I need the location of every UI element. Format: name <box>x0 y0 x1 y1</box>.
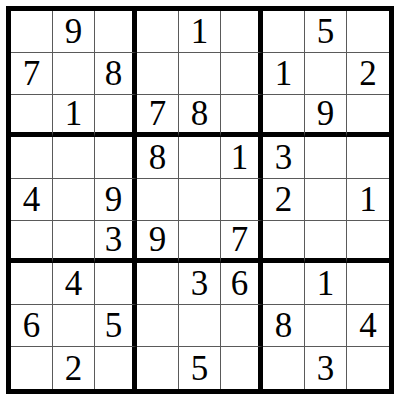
cell-r6c4-given-9: 9 <box>137 221 179 263</box>
cell-r8c5-empty[interactable] <box>179 305 221 347</box>
cell-r5c3-given-9: 9 <box>95 179 137 221</box>
cell-r4c1-empty[interactable] <box>11 137 53 179</box>
cell-r9c5-given-5: 5 <box>179 347 221 389</box>
cell-r7c7-empty[interactable] <box>263 263 305 305</box>
cell-r2c4-empty[interactable] <box>137 53 179 95</box>
cell-r9c8-given-3: 3 <box>305 347 347 389</box>
cell-r7c6-given-6: 6 <box>221 263 263 305</box>
cell-r4c3-empty[interactable] <box>95 137 137 179</box>
cell-r1c2-given-9: 9 <box>53 11 95 53</box>
cell-r8c1-given-6: 6 <box>11 305 53 347</box>
cell-r4c8-empty[interactable] <box>305 137 347 179</box>
cell-r4c6-given-1: 1 <box>221 137 263 179</box>
cell-r8c6-empty[interactable] <box>221 305 263 347</box>
cell-r1c6-empty[interactable] <box>221 11 263 53</box>
cell-r1c9-empty[interactable] <box>347 11 389 53</box>
cell-r6c1-empty[interactable] <box>11 221 53 263</box>
cell-r1c5-given-1: 1 <box>179 11 221 53</box>
cell-r2c8-empty[interactable] <box>305 53 347 95</box>
cell-r1c3-empty[interactable] <box>95 11 137 53</box>
cell-r1c4-empty[interactable] <box>137 11 179 53</box>
cell-r6c3-given-3: 3 <box>95 221 137 263</box>
cell-r4c5-empty[interactable] <box>179 137 221 179</box>
cell-r9c6-empty[interactable] <box>221 347 263 389</box>
cell-r6c9-empty[interactable] <box>347 221 389 263</box>
cell-r3c5-given-8: 8 <box>179 95 221 137</box>
cell-r8c3-given-5: 5 <box>95 305 137 347</box>
cell-r1c1-empty[interactable] <box>11 11 53 53</box>
cell-r8c4-empty[interactable] <box>137 305 179 347</box>
cell-r1c7-empty[interactable] <box>263 11 305 53</box>
cell-r8c7-given-8: 8 <box>263 305 305 347</box>
cell-r8c9-given-4: 4 <box>347 305 389 347</box>
cell-r3c1-empty[interactable] <box>11 95 53 137</box>
cell-r3c2-given-1: 1 <box>53 95 95 137</box>
cell-r4c9-empty[interactable] <box>347 137 389 179</box>
cell-r5c8-empty[interactable] <box>305 179 347 221</box>
cell-r5c4-empty[interactable] <box>137 179 179 221</box>
cell-r3c8-given-9: 9 <box>305 95 347 137</box>
cell-r7c4-empty[interactable] <box>137 263 179 305</box>
cell-r9c3-empty[interactable] <box>95 347 137 389</box>
cell-r2c1-given-7: 7 <box>11 53 53 95</box>
cell-r7c2-given-4: 4 <box>53 263 95 305</box>
cell-r5c9-given-1: 1 <box>347 179 389 221</box>
cell-r5c7-given-2: 2 <box>263 179 305 221</box>
cell-r7c9-empty[interactable] <box>347 263 389 305</box>
cell-r9c1-empty[interactable] <box>11 347 53 389</box>
cell-r9c7-empty[interactable] <box>263 347 305 389</box>
cell-r9c4-empty[interactable] <box>137 347 179 389</box>
cell-r7c8-given-1: 1 <box>305 263 347 305</box>
cell-r6c8-empty[interactable] <box>305 221 347 263</box>
cell-r2c3-given-8: 8 <box>95 53 137 95</box>
cell-r3c7-empty[interactable] <box>263 95 305 137</box>
cell-r6c7-empty[interactable] <box>263 221 305 263</box>
cell-r2c5-empty[interactable] <box>179 53 221 95</box>
cell-r8c8-empty[interactable] <box>305 305 347 347</box>
cell-r3c6-empty[interactable] <box>221 95 263 137</box>
cell-r7c3-empty[interactable] <box>95 263 137 305</box>
cell-r8c2-empty[interactable] <box>53 305 95 347</box>
sudoku-page: 91578121789813492139743616584253 <box>0 0 400 400</box>
sudoku-board: 91578121789813492139743616584253 <box>6 6 394 394</box>
cell-r2c2-empty[interactable] <box>53 53 95 95</box>
cell-r5c1-given-4: 4 <box>11 179 53 221</box>
cell-r2c6-empty[interactable] <box>221 53 263 95</box>
cell-r7c5-given-3: 3 <box>179 263 221 305</box>
cell-r5c2-empty[interactable] <box>53 179 95 221</box>
cell-r6c2-empty[interactable] <box>53 221 95 263</box>
cell-r5c6-empty[interactable] <box>221 179 263 221</box>
cell-r1c8-given-5: 5 <box>305 11 347 53</box>
cell-r4c7-given-3: 3 <box>263 137 305 179</box>
cell-r2c9-given-2: 2 <box>347 53 389 95</box>
cell-r6c5-empty[interactable] <box>179 221 221 263</box>
cell-r3c3-empty[interactable] <box>95 95 137 137</box>
cell-r2c7-given-1: 1 <box>263 53 305 95</box>
cell-r5c5-empty[interactable] <box>179 179 221 221</box>
cell-r7c1-empty[interactable] <box>11 263 53 305</box>
cell-r4c2-empty[interactable] <box>53 137 95 179</box>
cell-r3c4-given-7: 7 <box>137 95 179 137</box>
cell-r9c9-empty[interactable] <box>347 347 389 389</box>
cell-r4c4-given-8: 8 <box>137 137 179 179</box>
cell-r6c6-given-7: 7 <box>221 221 263 263</box>
cell-r3c9-empty[interactable] <box>347 95 389 137</box>
cell-r9c2-given-2: 2 <box>53 347 95 389</box>
